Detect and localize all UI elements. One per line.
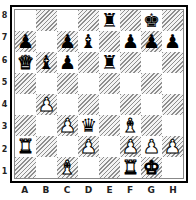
piece-black-pawn[interactable]: ♟ — [164, 31, 181, 52]
square-c8[interactable] — [57, 10, 78, 31]
piece-white-pawn[interactable]: ♟ — [143, 136, 160, 157]
square-e2[interactable] — [99, 136, 120, 157]
square-e6[interactable]: ♜ — [99, 52, 120, 73]
file-label-c: C — [64, 186, 71, 195]
square-c3[interactable]: ♟ — [57, 115, 78, 136]
piece-black-pawn[interactable]: ♟ — [143, 31, 160, 52]
square-e4[interactable] — [99, 94, 120, 115]
square-d7[interactable]: ♝ — [78, 31, 99, 52]
square-f3[interactable]: ♝ — [120, 115, 141, 136]
rank-label-5: 5 — [2, 79, 8, 87]
piece-white-rook[interactable]: ♜ — [122, 157, 139, 178]
square-f2[interactable]: ♟ — [120, 136, 141, 157]
chess-diagram: 87654321 ♜♚♟♟♝♟♟♟♛♝♟♜♟♟♛♝♜♟♟♟♟♝♜♚ ABCDEF… — [0, 0, 196, 200]
square-g3[interactable] — [141, 115, 162, 136]
square-h5[interactable] — [162, 73, 183, 94]
piece-black-pawn[interactable]: ♟ — [122, 31, 139, 52]
square-f5[interactable] — [120, 73, 141, 94]
square-b3[interactable] — [36, 115, 57, 136]
square-b7[interactable] — [36, 31, 57, 52]
rank-label-8: 8 — [2, 12, 8, 20]
square-b6[interactable]: ♝ — [36, 52, 57, 73]
board-grid: ♜♚♟♟♝♟♟♟♛♝♟♜♟♟♛♝♜♟♟♟♟♝♜♚ — [14, 9, 184, 179]
square-h4[interactable] — [162, 94, 183, 115]
square-d4[interactable] — [78, 94, 99, 115]
file-label-b: B — [42, 186, 49, 195]
square-e8[interactable]: ♜ — [99, 10, 120, 31]
square-f6[interactable] — [120, 52, 141, 73]
square-c5[interactable] — [57, 73, 78, 94]
file-label-f: F — [127, 186, 133, 195]
square-b1[interactable] — [36, 157, 57, 178]
square-b4[interactable]: ♟ — [36, 94, 57, 115]
square-h2[interactable]: ♟ — [162, 136, 183, 157]
square-h1[interactable] — [162, 157, 183, 178]
rank-label-4: 4 — [2, 101, 8, 109]
square-b8[interactable] — [36, 10, 57, 31]
square-f1[interactable]: ♜ — [120, 157, 141, 178]
square-b5[interactable] — [36, 73, 57, 94]
piece-black-bishop[interactable]: ♝ — [80, 31, 97, 52]
square-g8[interactable]: ♚ — [141, 10, 162, 31]
square-f4[interactable] — [120, 94, 141, 115]
square-g6[interactable] — [141, 52, 162, 73]
piece-white-rook[interactable]: ♜ — [17, 136, 34, 157]
square-d3[interactable]: ♛ — [78, 115, 99, 136]
square-a6[interactable]: ♛ — [15, 52, 36, 73]
piece-black-pawn[interactable]: ♟ — [59, 31, 76, 52]
square-f8[interactable] — [120, 10, 141, 31]
file-label-e: E — [106, 186, 112, 195]
rank-labels: 87654321 — [0, 5, 9, 183]
square-a7[interactable]: ♟ — [15, 31, 36, 52]
file-label-h: H — [169, 186, 177, 195]
square-h3[interactable] — [162, 115, 183, 136]
square-e7[interactable] — [99, 31, 120, 52]
rank-label-7: 7 — [2, 34, 8, 42]
piece-black-pawn[interactable]: ♟ — [59, 52, 76, 73]
rank-label-6: 6 — [2, 57, 8, 65]
square-a2[interactable]: ♜ — [15, 136, 36, 157]
piece-white-pawn[interactable]: ♟ — [122, 136, 139, 157]
square-e3[interactable] — [99, 115, 120, 136]
rank-label-2: 2 — [2, 146, 8, 154]
square-f7[interactable]: ♟ — [120, 31, 141, 52]
board-frame: ♜♚♟♟♝♟♟♟♛♝♟♜♟♟♛♝♜♟♟♟♟♝♜♚ — [10, 5, 188, 183]
square-g7[interactable]: ♟ — [141, 31, 162, 52]
square-c2[interactable] — [57, 136, 78, 157]
square-a8[interactable] — [15, 10, 36, 31]
file-label-a: A — [21, 186, 28, 195]
square-c7[interactable]: ♟ — [57, 31, 78, 52]
square-d6[interactable] — [78, 52, 99, 73]
piece-white-pawn[interactable]: ♟ — [164, 136, 181, 157]
piece-black-queen[interactable]: ♛ — [80, 115, 97, 136]
rank-label-3: 3 — [2, 123, 8, 131]
file-label-d: D — [85, 186, 92, 195]
piece-black-pawn[interactable]: ♟ — [17, 31, 34, 52]
piece-white-bishop[interactable]: ♝ — [59, 157, 76, 178]
file-label-g: G — [147, 186, 154, 195]
piece-white-queen[interactable]: ♛ — [17, 52, 34, 73]
square-g1[interactable]: ♚ — [141, 157, 162, 178]
piece-white-bishop[interactable]: ♝ — [122, 115, 139, 136]
piece-black-king[interactable]: ♚ — [143, 10, 160, 31]
piece-black-rook[interactable]: ♜ — [101, 10, 118, 31]
square-d1[interactable] — [78, 157, 99, 178]
square-h6[interactable] — [162, 52, 183, 73]
square-e5[interactable] — [99, 73, 120, 94]
piece-white-pawn[interactable]: ♟ — [80, 136, 97, 157]
square-a4[interactable] — [15, 94, 36, 115]
square-g2[interactable]: ♟ — [141, 136, 162, 157]
file-labels: ABCDEFGH — [14, 186, 184, 195]
square-g4[interactable] — [141, 94, 162, 115]
square-h8[interactable] — [162, 10, 183, 31]
piece-black-rook[interactable]: ♜ — [101, 52, 118, 73]
square-c4[interactable] — [57, 94, 78, 115]
square-c6[interactable]: ♟ — [57, 52, 78, 73]
square-d8[interactable] — [78, 10, 99, 31]
square-d5[interactable] — [78, 73, 99, 94]
square-g5[interactable] — [141, 73, 162, 94]
square-a5[interactable] — [15, 73, 36, 94]
square-d2[interactable]: ♟ — [78, 136, 99, 157]
piece-white-king[interactable]: ♚ — [143, 157, 160, 178]
rank-label-1: 1 — [2, 168, 8, 176]
square-b2[interactable] — [36, 136, 57, 157]
square-a3[interactable] — [15, 115, 36, 136]
square-a1[interactable] — [15, 157, 36, 178]
piece-white-pawn[interactable]: ♟ — [38, 94, 55, 115]
square-h7[interactable]: ♟ — [162, 31, 183, 52]
piece-black-bishop[interactable]: ♝ — [38, 52, 55, 73]
square-c1[interactable]: ♝ — [57, 157, 78, 178]
square-e1[interactable] — [99, 157, 120, 178]
piece-white-pawn[interactable]: ♟ — [59, 115, 76, 136]
